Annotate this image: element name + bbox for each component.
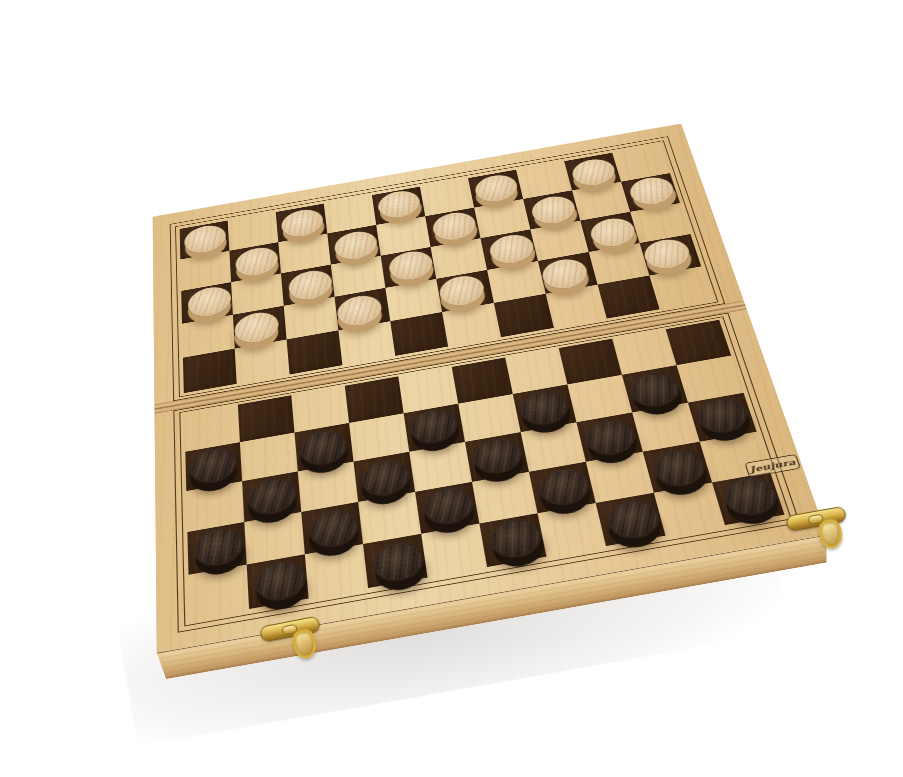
square-r6-c2	[235, 339, 290, 383]
light-checker-piece	[438, 273, 486, 308]
dark-checker-piece	[408, 406, 461, 447]
square-r1-c10	[712, 472, 784, 525]
square-r1-c1	[188, 565, 249, 620]
dark-checker-piece	[582, 417, 639, 459]
light-checker-piece	[475, 173, 519, 204]
square-r6-c5	[390, 312, 448, 356]
dark-checker-piece	[423, 485, 475, 527]
jeujura-stamp-text: Jeujura	[748, 458, 796, 474]
dark-checker-piece	[190, 445, 238, 486]
square-r1-c8	[596, 493, 666, 546]
light-checker-piece	[641, 236, 693, 271]
square-r1-c5	[421, 524, 487, 578]
light-checker-piece	[387, 248, 434, 283]
light-checker-piece	[188, 284, 231, 319]
square-r1-c7	[538, 503, 606, 557]
dark-checker-piece	[370, 538, 428, 586]
dark-checker-piece	[299, 427, 349, 468]
square-r6-c6	[442, 303, 501, 347]
square-r6-c7	[494, 294, 554, 337]
dark-checker-piece	[253, 557, 308, 605]
dark-checker-piece	[192, 524, 246, 571]
dark-checker-piece	[248, 476, 296, 518]
dark-checker-piece	[486, 515, 547, 563]
wooden-checkers-box: Jeujura	[153, 124, 827, 653]
square-r1-c6	[479, 513, 546, 567]
square-r1-c4	[363, 534, 428, 588]
square-r6-c8	[546, 285, 607, 328]
square-r6-c1	[183, 349, 237, 394]
square-r6-c10	[649, 266, 712, 309]
dark-checker-piece	[693, 395, 752, 437]
dark-checker-piece	[651, 447, 709, 490]
dark-checker-piece	[606, 498, 662, 541]
square-r1-c3	[305, 544, 368, 598]
light-checker-piece	[625, 174, 678, 208]
dark-checker-piece	[309, 507, 359, 549]
dark-checker-piece	[537, 466, 592, 508]
light-checker-piece	[430, 209, 479, 243]
square-r6-c3	[287, 330, 343, 374]
square-r6-c9	[598, 275, 660, 318]
dark-checker-piece	[360, 457, 411, 499]
square-r1-c2	[247, 554, 309, 609]
dark-checker-piece	[517, 387, 573, 428]
clasp-hasp-icon	[291, 628, 319, 661]
square-r6-c4	[338, 321, 395, 365]
product-photo-stage: Jeujura	[0, 0, 903, 777]
dark-checker-piece	[471, 435, 525, 477]
light-checker-piece	[234, 310, 279, 345]
light-checker-piece	[375, 187, 423, 221]
dark-checker-piece	[721, 475, 780, 518]
